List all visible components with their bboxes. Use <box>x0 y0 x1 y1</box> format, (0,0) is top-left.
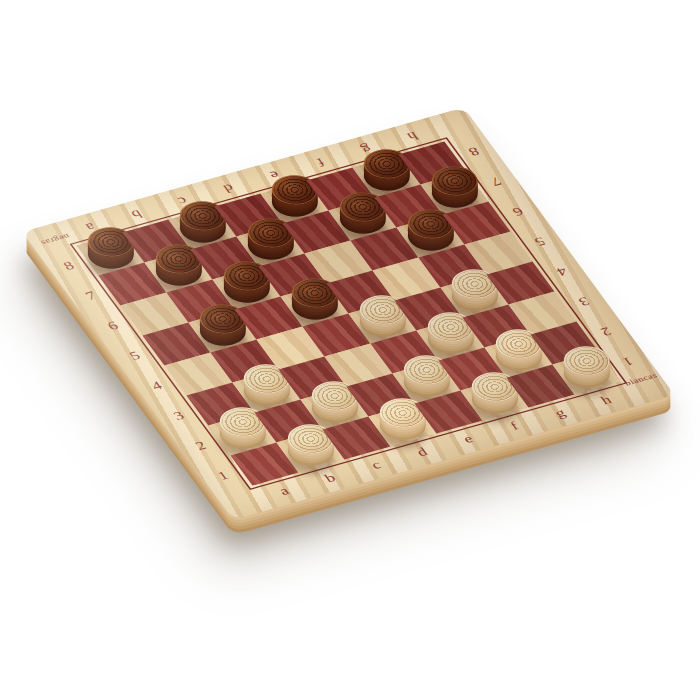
file-label-bottom-a: a <box>277 485 292 498</box>
file-label-bottom-h: h <box>598 394 614 407</box>
negras-label: negras <box>39 233 71 247</box>
board-grid <box>76 142 620 486</box>
file-label-top-e: e <box>267 169 282 182</box>
file-label-bottom-f: f <box>508 420 521 432</box>
rank-label-right-1: 1 <box>620 355 636 368</box>
checkers-board: 11aa22bb33cc44dd55ee66ff77gg88hh negras … <box>22 107 675 520</box>
rank-label-right-7: 7 <box>488 175 504 188</box>
file-label-bottom-g: g <box>552 407 568 420</box>
rank-label-left-7: 7 <box>83 289 99 302</box>
file-label-top-d: d <box>221 182 237 195</box>
rank-label-right-4: 4 <box>554 265 570 278</box>
rank-label-right-2: 2 <box>598 325 614 338</box>
file-label-top-g: g <box>359 143 375 156</box>
rank-label-right-3: 3 <box>576 295 592 308</box>
rank-label-left-4: 4 <box>149 379 165 392</box>
blancas-label: blancas <box>623 372 659 387</box>
rank-label-right-5: 5 <box>532 235 548 248</box>
rank-label-left-1: 1 <box>215 469 231 482</box>
file-label-top-a: a <box>83 221 98 234</box>
rank-label-left-3: 3 <box>171 409 187 422</box>
file-label-bottom-b: b <box>322 472 338 485</box>
rank-label-right-8: 8 <box>466 145 482 158</box>
file-label-top-f: f <box>314 156 327 168</box>
product-photo-scene: 11aa22bb33cc44dd55ee66ff77gg88hh negras … <box>0 0 700 700</box>
file-label-bottom-e: e <box>461 433 476 446</box>
rank-label-left-5: 5 <box>127 349 143 362</box>
rank-label-left-8: 8 <box>61 259 77 272</box>
rank-label-right-6: 6 <box>510 205 526 218</box>
file-label-top-c: c <box>175 195 190 208</box>
rank-label-left-6: 6 <box>105 319 121 332</box>
rank-label-left-2: 2 <box>193 439 209 452</box>
file-label-top-b: b <box>129 208 145 221</box>
file-label-top-h: h <box>405 130 421 143</box>
file-label-bottom-c: c <box>369 459 384 472</box>
file-label-bottom-d: d <box>414 446 430 459</box>
